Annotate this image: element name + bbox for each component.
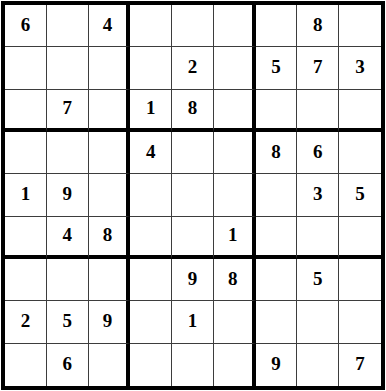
given-digit: 5 [355, 184, 365, 203]
sudoku-cell-empty[interactable] [47, 47, 89, 89]
sudoku-cell-empty[interactable] [339, 5, 381, 47]
given-digit: 7 [62, 98, 72, 117]
sudoku-cell-given: 2 [5, 301, 47, 343]
given-digit: 7 [313, 57, 323, 76]
given-digit: 1 [146, 98, 156, 117]
given-digit: 8 [228, 269, 238, 288]
sudoku-cell-given: 8 [214, 259, 256, 301]
given-digit: 6 [313, 142, 323, 161]
sudoku-cell-empty[interactable] [47, 259, 89, 301]
given-digit: 8 [271, 142, 281, 161]
sudoku-cell-empty[interactable] [89, 344, 131, 386]
sudoku-cell-empty[interactable] [297, 90, 339, 132]
sudoku-cell-empty[interactable] [89, 47, 131, 89]
sudoku-board: 648257371848619354819852591697 [1, 1, 385, 390]
given-digit: 7 [355, 354, 365, 373]
given-digit: 9 [103, 311, 113, 330]
sudoku-cell-empty[interactable] [172, 5, 214, 47]
sudoku-cell-empty[interactable] [214, 5, 256, 47]
sudoku-cell-empty[interactable] [5, 344, 47, 386]
sudoku-cell-empty[interactable] [256, 217, 298, 259]
sudoku-cell-given: 8 [256, 132, 298, 174]
sudoku-cell-given: 9 [172, 259, 214, 301]
sudoku-cell-empty[interactable] [130, 301, 172, 343]
sudoku-cell-given: 2 [172, 47, 214, 89]
given-digit: 9 [188, 269, 198, 288]
sudoku-cell-empty[interactable] [214, 47, 256, 89]
sudoku-cell-given: 3 [339, 47, 381, 89]
sudoku-cell-empty[interactable] [47, 5, 89, 47]
sudoku-cell-empty[interactable] [89, 90, 131, 132]
given-digit: 1 [228, 225, 238, 244]
sudoku-cell-empty[interactable] [214, 344, 256, 386]
given-digit: 8 [188, 98, 198, 117]
sudoku-cell-empty[interactable] [130, 5, 172, 47]
sudoku-cell-empty[interactable] [297, 344, 339, 386]
sudoku-cell-empty[interactable] [89, 132, 131, 174]
sudoku-cell-given: 4 [47, 217, 89, 259]
sudoku-cell-given: 4 [130, 132, 172, 174]
sudoku-cell-empty[interactable] [5, 217, 47, 259]
sudoku-cell-given: 6 [5, 5, 47, 47]
sudoku-cell-given: 8 [172, 90, 214, 132]
sudoku-cell-empty[interactable] [297, 301, 339, 343]
sudoku-cell-empty[interactable] [130, 259, 172, 301]
given-digit: 4 [146, 142, 156, 161]
sudoku-cell-empty[interactable] [339, 217, 381, 259]
sudoku-cell-empty[interactable] [130, 344, 172, 386]
sudoku-cell-empty[interactable] [89, 174, 131, 216]
sudoku-cell-given: 5 [339, 174, 381, 216]
sudoku-cell-given: 7 [47, 90, 89, 132]
sudoku-cell-empty[interactable] [256, 259, 298, 301]
sudoku-cell-empty[interactable] [339, 301, 381, 343]
sudoku-cell-given: 1 [130, 90, 172, 132]
sudoku-cell-empty[interactable] [214, 132, 256, 174]
sudoku-cell-empty[interactable] [297, 217, 339, 259]
sudoku-cell-given: 5 [256, 47, 298, 89]
given-digit: 5 [62, 311, 72, 330]
given-digit: 1 [188, 311, 198, 330]
given-digit: 4 [62, 225, 72, 244]
sudoku-cell-empty[interactable] [214, 301, 256, 343]
sudoku-cell-empty[interactable] [5, 90, 47, 132]
sudoku-cell-empty[interactable] [5, 47, 47, 89]
sudoku-cell-empty[interactable] [130, 174, 172, 216]
sudoku-cell-empty[interactable] [256, 174, 298, 216]
sudoku-cell-given: 9 [47, 174, 89, 216]
given-digit: 5 [271, 57, 281, 76]
sudoku-cell-empty[interactable] [256, 90, 298, 132]
sudoku-cell-empty[interactable] [256, 5, 298, 47]
sudoku-cell-empty[interactable] [5, 132, 47, 174]
sudoku-cell-empty[interactable] [130, 47, 172, 89]
given-digit: 6 [62, 354, 72, 373]
sudoku-cell-empty[interactable] [172, 217, 214, 259]
sudoku-cell-empty[interactable] [89, 259, 131, 301]
sudoku-cell-empty[interactable] [172, 174, 214, 216]
sudoku-cell-given: 1 [5, 174, 47, 216]
sudoku-cell-given: 8 [297, 5, 339, 47]
sudoku-cell-empty[interactable] [256, 301, 298, 343]
sudoku-cell-given: 1 [172, 301, 214, 343]
given-digit: 3 [355, 57, 365, 76]
sudoku-grid: 648257371848619354819852591697 [5, 5, 381, 386]
sudoku-cell-given: 4 [89, 5, 131, 47]
sudoku-cell-empty[interactable] [172, 132, 214, 174]
sudoku-cell-given: 5 [47, 301, 89, 343]
sudoku-cell-empty[interactable] [214, 174, 256, 216]
sudoku-cell-empty[interactable] [339, 132, 381, 174]
given-digit: 3 [313, 184, 323, 203]
given-digit: 8 [313, 15, 323, 34]
given-digit: 2 [21, 311, 31, 330]
sudoku-cell-empty[interactable] [130, 217, 172, 259]
given-digit: 9 [62, 184, 72, 203]
sudoku-cell-given: 9 [89, 301, 131, 343]
sudoku-cell-given: 6 [297, 132, 339, 174]
sudoku-cell-empty[interactable] [339, 90, 381, 132]
sudoku-cell-empty[interactable] [339, 259, 381, 301]
sudoku-cell-given: 3 [297, 174, 339, 216]
sudoku-cell-empty[interactable] [5, 259, 47, 301]
given-digit: 2 [188, 57, 198, 76]
given-digit: 4 [103, 15, 113, 34]
sudoku-cell-given: 7 [339, 344, 381, 386]
sudoku-cell-given: 9 [256, 344, 298, 386]
sudoku-cell-given: 6 [47, 344, 89, 386]
given-digit: 1 [21, 184, 31, 203]
given-digit: 8 [103, 225, 113, 244]
sudoku-cell-empty[interactable] [214, 90, 256, 132]
given-digit: 9 [271, 354, 281, 373]
sudoku-cell-given: 1 [214, 217, 256, 259]
sudoku-cell-given: 8 [89, 217, 131, 259]
given-digit: 6 [21, 15, 31, 34]
given-digit: 5 [313, 269, 323, 288]
sudoku-cell-empty[interactable] [172, 344, 214, 386]
sudoku-cell-empty[interactable] [47, 132, 89, 174]
sudoku-cell-given: 5 [297, 259, 339, 301]
sudoku-cell-given: 7 [297, 47, 339, 89]
